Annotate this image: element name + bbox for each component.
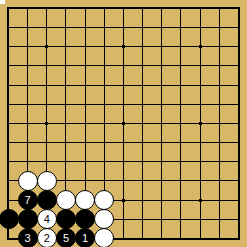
stone-black xyxy=(37,190,57,210)
stone-white: 4 xyxy=(37,209,57,229)
stone-move-number: 5 xyxy=(63,233,69,244)
stone-move-number: 2 xyxy=(44,233,50,244)
stone-black: 7 xyxy=(18,190,38,210)
star-point xyxy=(122,199,125,202)
stone-move-number: 7 xyxy=(25,195,31,206)
stone-black: 3 xyxy=(18,228,38,247)
stone-move-number: 1 xyxy=(82,233,88,244)
stone-black: 5 xyxy=(56,228,76,247)
stone-white: 2 xyxy=(37,228,57,247)
star-point xyxy=(122,122,125,125)
stone-move-number: 3 xyxy=(25,233,31,244)
stone-white xyxy=(94,228,114,247)
go-board[interactable]: 743251 xyxy=(0,0,247,247)
stone-white xyxy=(56,190,76,210)
screenshot-root: 743251 xyxy=(0,0,247,247)
star-point xyxy=(122,45,125,48)
stone-black: 1 xyxy=(75,228,95,247)
stone-black xyxy=(56,209,76,229)
stone-white xyxy=(37,171,57,191)
stone-white xyxy=(75,190,95,210)
star-point xyxy=(199,45,202,48)
stone-black xyxy=(18,209,38,229)
stone-move-number: 4 xyxy=(44,214,50,225)
star-point xyxy=(199,122,202,125)
star-point xyxy=(45,122,48,125)
star-point xyxy=(45,45,48,48)
page-background-corner xyxy=(0,0,5,4)
stone-black xyxy=(0,209,19,229)
stone-white xyxy=(18,171,38,191)
star-point xyxy=(199,199,202,202)
